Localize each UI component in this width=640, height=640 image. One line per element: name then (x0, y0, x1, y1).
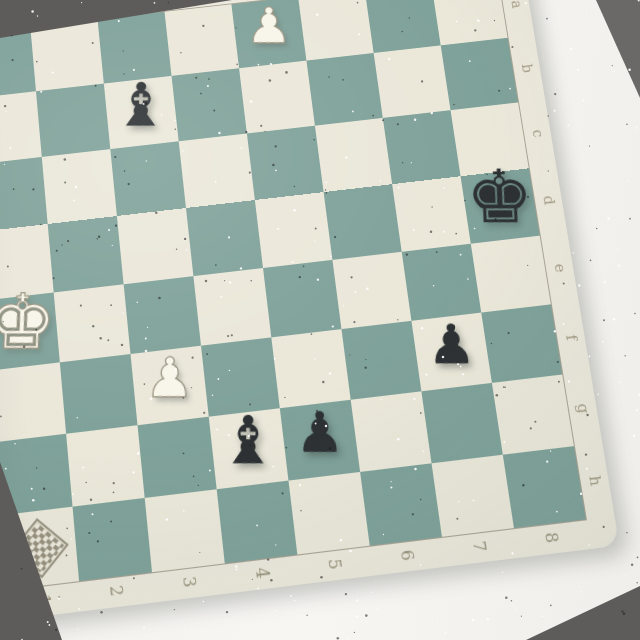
square-d3 (117, 208, 194, 284)
square-e4 (193, 268, 271, 346)
square-b4 (172, 68, 247, 141)
square-g1 (0, 434, 73, 516)
square-d5 (255, 192, 333, 268)
square-f5 (271, 329, 350, 408)
piece-black-pawn: ♟ (295, 405, 345, 461)
square-e1: ♚ (0, 292, 60, 370)
square-e5 (263, 260, 341, 337)
maker-logo-icon (14, 523, 64, 574)
square-g2 (66, 425, 145, 506)
square-c7 (383, 110, 461, 184)
square-c1 (0, 157, 48, 232)
square-d2 (48, 216, 124, 292)
square-c2 (42, 149, 117, 224)
square-b3: ♝ (104, 76, 179, 149)
square-f1 (0, 362, 66, 442)
square-g4: ♝ (209, 408, 289, 489)
piece-black-pawn: ♟ (426, 318, 477, 373)
square-e2 (54, 284, 131, 362)
square-b2 (36, 84, 110, 157)
square-a7 (365, 0, 441, 53)
square-g5: ♟ (280, 400, 360, 481)
piece-white-king: ♚ (0, 284, 57, 360)
square-b1 (0, 91, 42, 165)
piece-white-pawn: ♟ (245, 2, 292, 52)
square-d7 (392, 176, 471, 252)
square-a6 (298, 0, 374, 61)
square-e7 (402, 244, 482, 321)
piece-black-bishop: ♝ (113, 75, 170, 135)
square-a2 (30, 19, 104, 91)
square-a4 (165, 4, 240, 76)
square-f2 (60, 354, 138, 434)
piece-black-bishop: ♝ (219, 407, 278, 474)
square-e3 (124, 276, 201, 354)
square-f3: ♟ (131, 346, 209, 426)
square-b6 (306, 53, 382, 126)
square-g7 (421, 383, 502, 463)
square-g6 (351, 391, 432, 472)
square-b5 (239, 61, 315, 134)
square-a5: ♟ (231, 0, 306, 68)
square-g3 (138, 417, 217, 498)
square-c6 (315, 118, 392, 192)
square-c5 (247, 126, 324, 200)
square-c4 (179, 133, 255, 208)
square-b7 (374, 45, 451, 118)
square-c3 (110, 141, 186, 216)
square-f7: ♟ (411, 313, 491, 392)
board-grid: ♟♝♚♚♟♟♝♟ (0, 0, 586, 590)
square-e6 (332, 252, 411, 329)
square-d4 (186, 200, 263, 276)
square-d6 (324, 184, 402, 260)
board-photo: ♟♝♚♚♟♟♝♟ a1b2c3d4e5f6g7h8 (0, 0, 640, 640)
piece-white-pawn: ♟ (144, 351, 194, 406)
square-d8: ♚ (461, 168, 540, 243)
chessboard: ♟♝♚♚♟♟♝♟ a1b2c3d4e5f6g7h8 (0, 0, 619, 624)
piece-black-king: ♚ (465, 160, 535, 233)
square-f6 (341, 321, 421, 400)
